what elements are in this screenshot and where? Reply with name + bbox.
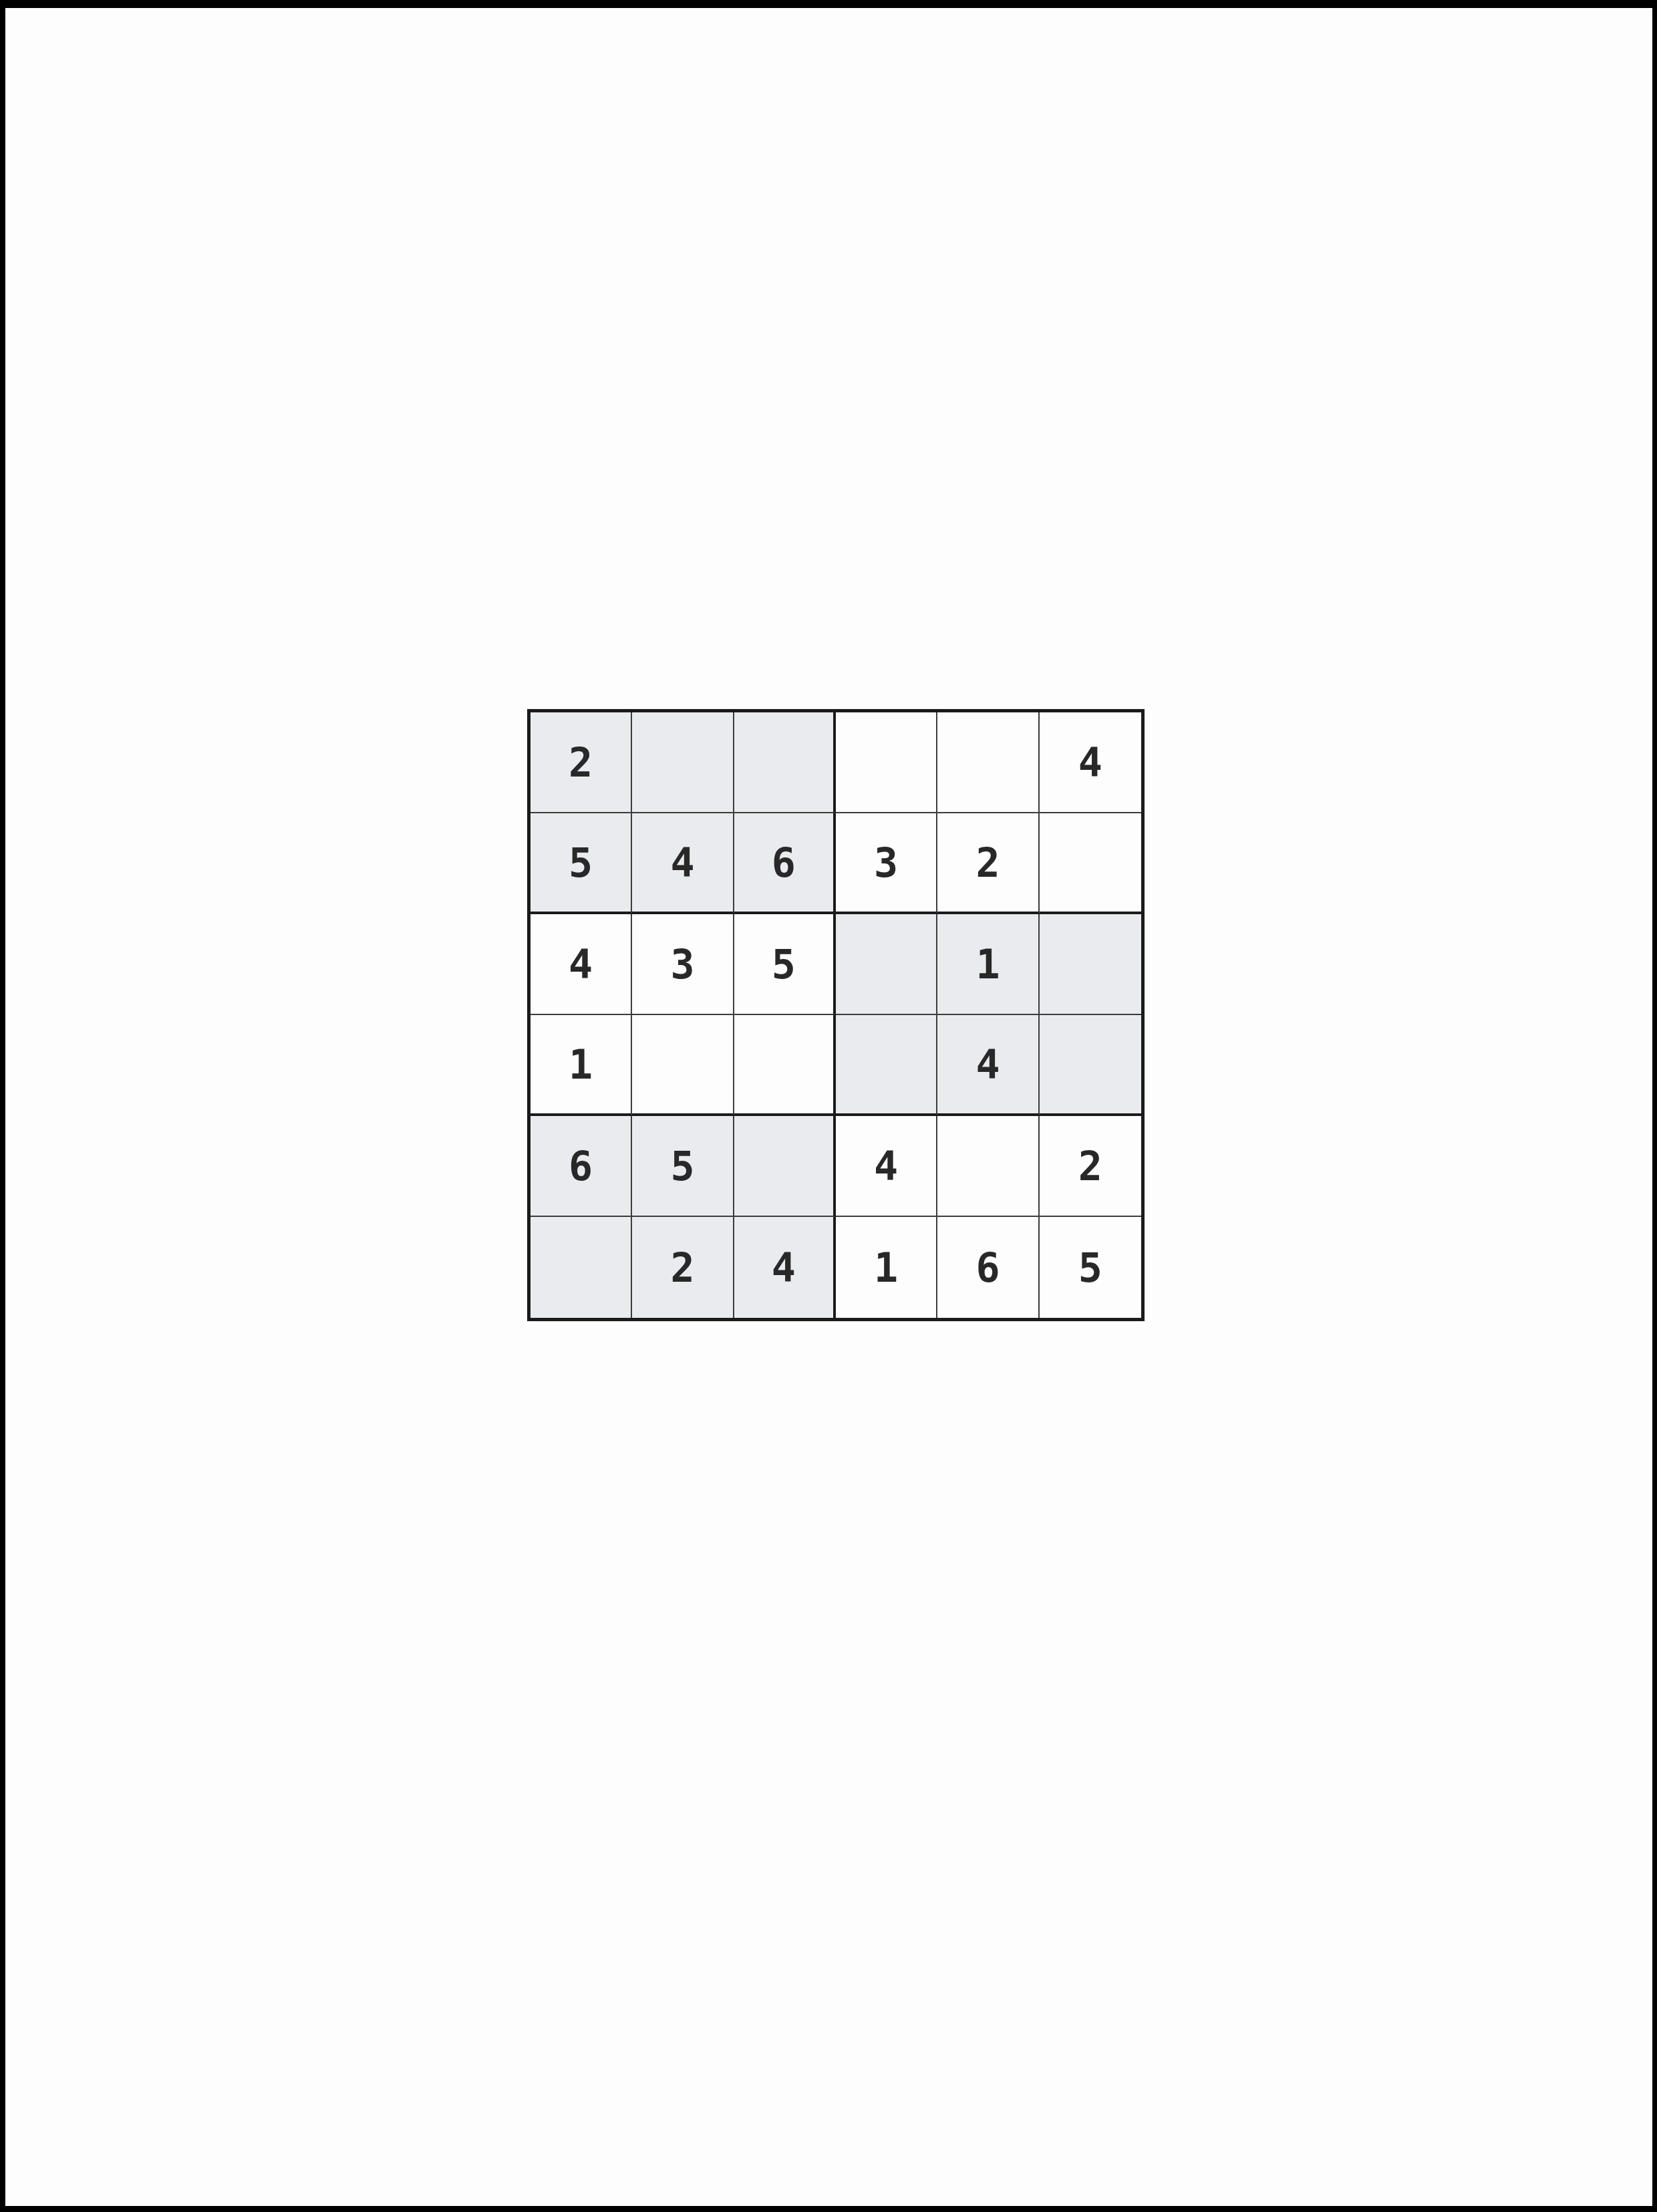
cell-r3c3: 5 xyxy=(734,914,836,1015)
cell-r6c3: 4 xyxy=(734,1217,836,1318)
cell-r2c4: 3 xyxy=(836,813,937,914)
cell-r4c6[interactable] xyxy=(1040,1015,1141,1116)
cell-r2c2: 4 xyxy=(632,813,734,914)
cell-r4c3[interactable] xyxy=(734,1015,836,1116)
cell-r1c2[interactable] xyxy=(632,712,734,813)
cell-r3c2: 3 xyxy=(632,914,734,1015)
cell-r2c6[interactable] xyxy=(1040,813,1141,914)
scanned-page: { "game": "sudoku-6x6", "position": "200… xyxy=(0,0,1657,2212)
cell-r5c2: 5 xyxy=(632,1116,734,1217)
cell-r5c1: 6 xyxy=(531,1116,632,1217)
cell-r5c6: 2 xyxy=(1040,1116,1141,1217)
cell-r4c4[interactable] xyxy=(836,1015,937,1116)
cell-r6c2: 2 xyxy=(632,1217,734,1318)
cell-r3c5: 1 xyxy=(937,914,1039,1015)
cell-r1c5[interactable] xyxy=(937,712,1039,813)
cell-r3c6[interactable] xyxy=(1040,914,1141,1015)
cell-r6c1[interactable] xyxy=(531,1217,632,1318)
cell-r1c1: 2 xyxy=(531,712,632,813)
cell-r3c4[interactable] xyxy=(836,914,937,1015)
cell-r1c3[interactable] xyxy=(734,712,836,813)
cell-r4c1: 1 xyxy=(531,1015,632,1116)
cell-r2c3: 6 xyxy=(734,813,836,914)
sudoku-board: 2454632435114654224165 xyxy=(527,709,1145,1321)
cell-r2c5: 2 xyxy=(937,813,1039,914)
cell-r5c3[interactable] xyxy=(734,1116,836,1217)
page-background: 2454632435114654224165 xyxy=(5,8,1652,2206)
cell-r4c5: 4 xyxy=(937,1015,1039,1116)
cell-r5c5[interactable] xyxy=(937,1116,1039,1217)
cell-r3c1: 4 xyxy=(531,914,632,1015)
cell-r5c4: 4 xyxy=(836,1116,937,1217)
cell-r1c6: 4 xyxy=(1040,712,1141,813)
cell-r6c4: 1 xyxy=(836,1217,937,1318)
cell-r1c4[interactable] xyxy=(836,712,937,813)
cell-r4c2[interactable] xyxy=(632,1015,734,1116)
cell-r6c5: 6 xyxy=(937,1217,1039,1318)
cell-r6c6: 5 xyxy=(1040,1217,1141,1318)
cell-r2c1: 5 xyxy=(531,813,632,914)
